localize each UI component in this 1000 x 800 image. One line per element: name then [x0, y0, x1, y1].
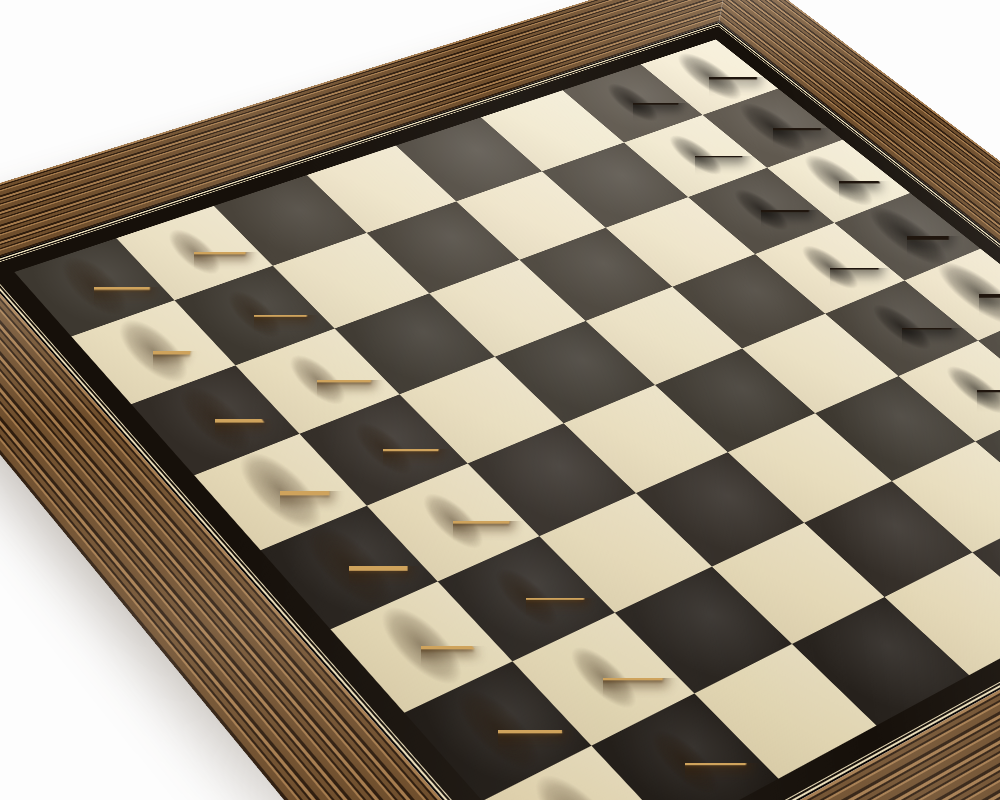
white-rook-glyph: ♜	[472, 620, 685, 800]
chess-set-photo: ♜♞♟♝♟♛♟♚♟♝♟♞♟♟♜♟♟♜♟♟♞♟♝♟♛♟♚♟♝♟♞♜	[0, 0, 1000, 800]
chess-board: ♜♞♟♝♟♛♟♚♟♝♟♞♟♟♜♟♟♜♟♟♞♟♝♟♛♟♚♟♝♟♞♜	[0, 0, 1000, 800]
